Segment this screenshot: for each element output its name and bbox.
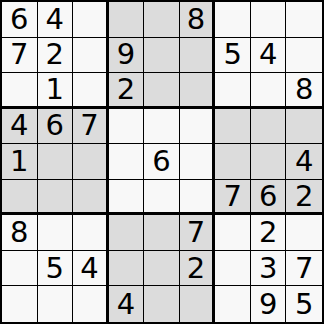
- cell-r3c8[interactable]: [251, 73, 287, 109]
- cell-r2c4[interactable]: 9: [109, 38, 145, 74]
- cell-r8c3[interactable]: 4: [73, 251, 109, 287]
- cell-r6c2[interactable]: [38, 180, 74, 216]
- cell-r4c4[interactable]: [109, 109, 145, 145]
- cell-r1c9[interactable]: [286, 2, 322, 38]
- cell-r7c9[interactable]: [286, 215, 322, 251]
- cell-r2c7[interactable]: 5: [215, 38, 251, 74]
- cell-r1c8[interactable]: [251, 2, 287, 38]
- cell-r7c2[interactable]: [38, 215, 74, 251]
- cell-r5c9[interactable]: 4: [286, 144, 322, 180]
- cell-r2c8[interactable]: 4: [251, 38, 287, 74]
- cell-r8c7[interactable]: [215, 251, 251, 287]
- cell-r2c1[interactable]: 7: [2, 38, 38, 74]
- cell-r6c4[interactable]: [109, 180, 145, 216]
- cell-r3c7[interactable]: [215, 73, 251, 109]
- cell-r1c6[interactable]: 8: [180, 2, 216, 38]
- cell-r5c3[interactable]: [73, 144, 109, 180]
- cell-r4c8[interactable]: [251, 109, 287, 145]
- cell-r2c6[interactable]: [180, 38, 216, 74]
- cell-r6c8[interactable]: 6: [251, 180, 287, 216]
- cell-r9c3[interactable]: [73, 286, 109, 322]
- cell-r7c1[interactable]: 8: [2, 215, 38, 251]
- cell-r8c6[interactable]: 2: [180, 251, 216, 287]
- cell-r8c2[interactable]: 5: [38, 251, 74, 287]
- cell-r4c1[interactable]: 4: [2, 109, 38, 145]
- cell-r4c6[interactable]: [180, 109, 216, 145]
- cell-r4c9[interactable]: [286, 109, 322, 145]
- cell-r8c8[interactable]: 3: [251, 251, 287, 287]
- sudoku-board: 6487295412846716476287254237495: [0, 0, 324, 324]
- cell-r4c2[interactable]: 6: [38, 109, 74, 145]
- cell-r9c9[interactable]: 5: [286, 286, 322, 322]
- cell-r7c8[interactable]: 2: [251, 215, 287, 251]
- cell-r3c4[interactable]: 2: [109, 73, 145, 109]
- cell-r6c3[interactable]: [73, 180, 109, 216]
- cell-r8c1[interactable]: [2, 251, 38, 287]
- cell-r5c7[interactable]: [215, 144, 251, 180]
- cell-r9c4[interactable]: 4: [109, 286, 145, 322]
- cell-r5c6[interactable]: [180, 144, 216, 180]
- cell-r1c3[interactable]: [73, 2, 109, 38]
- cell-r2c3[interactable]: [73, 38, 109, 74]
- cell-r7c6[interactable]: 7: [180, 215, 216, 251]
- cell-r3c2[interactable]: 1: [38, 73, 74, 109]
- cell-r2c5[interactable]: [144, 38, 180, 74]
- cell-r8c9[interactable]: 7: [286, 251, 322, 287]
- cell-r3c3[interactable]: [73, 73, 109, 109]
- cell-r3c5[interactable]: [144, 73, 180, 109]
- cell-r6c9[interactable]: 2: [286, 180, 322, 216]
- cell-r5c8[interactable]: [251, 144, 287, 180]
- cell-r4c5[interactable]: [144, 109, 180, 145]
- cell-r4c7[interactable]: [215, 109, 251, 145]
- cell-r8c5[interactable]: [144, 251, 180, 287]
- cell-r7c5[interactable]: [144, 215, 180, 251]
- cell-r6c5[interactable]: [144, 180, 180, 216]
- cell-r1c5[interactable]: [144, 2, 180, 38]
- cell-r5c4[interactable]: [109, 144, 145, 180]
- cell-r7c3[interactable]: [73, 215, 109, 251]
- cell-r9c1[interactable]: [2, 286, 38, 322]
- cell-r3c9[interactable]: 8: [286, 73, 322, 109]
- cell-r7c4[interactable]: [109, 215, 145, 251]
- cell-r2c2[interactable]: 2: [38, 38, 74, 74]
- cell-r9c7[interactable]: [215, 286, 251, 322]
- cell-r6c1[interactable]: [2, 180, 38, 216]
- cell-r9c2[interactable]: [38, 286, 74, 322]
- cell-r5c2[interactable]: [38, 144, 74, 180]
- cell-r1c4[interactable]: [109, 2, 145, 38]
- cell-r3c1[interactable]: [2, 73, 38, 109]
- cell-r8c4[interactable]: [109, 251, 145, 287]
- cell-r9c6[interactable]: [180, 286, 216, 322]
- cell-r5c1[interactable]: 1: [2, 144, 38, 180]
- cell-r1c2[interactable]: 4: [38, 2, 74, 38]
- cell-r9c8[interactable]: 9: [251, 286, 287, 322]
- cell-r6c6[interactable]: [180, 180, 216, 216]
- cell-r4c3[interactable]: 7: [73, 109, 109, 145]
- cell-r2c9[interactable]: [286, 38, 322, 74]
- cell-r5c5[interactable]: 6: [144, 144, 180, 180]
- cell-r7c7[interactable]: [215, 215, 251, 251]
- cell-r3c6[interactable]: [180, 73, 216, 109]
- cell-r1c1[interactable]: 6: [2, 2, 38, 38]
- cell-r6c7[interactable]: 7: [215, 180, 251, 216]
- cell-r9c5[interactable]: [144, 286, 180, 322]
- cell-r1c7[interactable]: [215, 2, 251, 38]
